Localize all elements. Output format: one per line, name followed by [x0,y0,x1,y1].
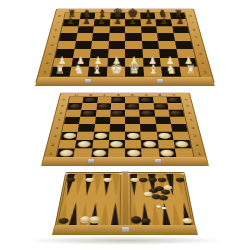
checkers-square [173,140,191,149]
chess-square: ♟ [171,19,188,26]
checkers-square [91,149,109,158]
checkers-square [78,124,95,132]
chess-piece: ♟ [141,17,157,26]
clasp-icon [157,79,163,83]
chess-square [74,41,92,49]
chess-square [91,41,108,49]
bg-checker [158,178,167,182]
chess-square: ♟ [140,19,156,26]
clasp-icon [88,159,94,163]
chess-piece: ♟ [172,17,188,26]
bg-point [140,202,150,228]
bg-point [130,202,139,228]
file-label: F [97,93,111,96]
chess-square [59,33,77,41]
chess-piece: ♜ [181,65,200,76]
backgammon-surface [54,172,197,231]
bg-checker [90,218,100,223]
bg-point [110,202,119,228]
checkers-square [110,117,125,124]
checkers-square [156,124,173,132]
checkers-frame: HGFEDCBA 87654321 87654321 HGFEDCBA [41,93,208,165]
file-label: F [95,9,110,12]
checkers-square [109,132,125,140]
chess-square: ♛ [125,67,144,77]
checkers-square [95,110,110,117]
bg-checker [148,178,157,182]
chess-square [61,26,78,33]
chess-piece: ♜ [51,65,70,76]
checker-piece [69,104,81,109]
file-label: B [155,9,170,12]
chess-square [93,26,109,33]
checker-piece [170,111,183,116]
checkers-square [171,124,188,132]
bg-checker [161,190,170,195]
checker-piece [141,111,153,116]
chess-piece: ♚ [106,61,125,76]
bg-checker [103,178,112,182]
checkers-square [142,149,160,158]
backgammon-front-wall [52,225,198,235]
clasp-icon [85,79,91,83]
chess-piece: ♟ [94,17,110,26]
checker-piece [59,150,74,157]
backgammon-left-half [56,174,121,228]
chess-square [109,26,125,33]
file-label: A [166,93,181,96]
checkers-square [67,103,83,110]
chess-piece: ♞ [69,64,88,76]
latch-icon [122,227,129,232]
checkers-board-surface: HGFEDCBA 87654321 87654321 HGFEDCBA [41,93,208,165]
checker-piece [84,98,96,103]
rank-label: 4 [187,124,199,132]
bg-checker [159,196,169,201]
chess-square [109,33,126,41]
checkers-square [167,103,183,110]
chess-grid: ♜♞♝♛♚♝♞♜♟♟♟♟♟♟♟♟♟♟♟♟♟♟♟♟♜♞♝♚♛♝♞♜ [49,12,200,77]
chess-square [172,26,189,33]
bg-checker [141,218,151,223]
checkers-square [57,149,76,158]
checker-piece [140,98,151,103]
checkers-square [93,132,110,140]
checkers-square [74,149,92,158]
chess-piece: ♞ [162,64,181,76]
checker-piece [98,104,110,109]
file-label: B [153,93,167,96]
file-label: D [125,9,140,12]
rank-label: 6 [184,110,195,117]
checker-piece [127,133,140,139]
checker-piece [158,133,171,139]
checkers-square [141,140,158,149]
checker-piece [127,104,138,109]
checkers-square [108,140,125,149]
file-label: H [65,9,81,12]
chess-board: HGFEDCBA 87654321 ♜♞♝♛♚♝♞♜♟♟♟♟♟♟♟♟♟♟♟♟♟♟… [0,2,250,80]
backgammon-right-half [129,174,194,228]
bg-checker [131,218,141,223]
chess-square: ♟ [94,19,110,26]
checker-piece [175,141,189,147]
bg-checker [139,178,148,182]
chess-square [156,26,173,33]
chess-piece: ♝ [144,64,163,76]
chess-square: ♝ [143,67,162,77]
checker-piece [155,104,167,109]
chess-board-surface: HGFEDCBA 87654321 ♜♞♝♛♚♝♞♜♟♟♟♟♟♟♟♟♟♟♟♟♟♟… [35,9,215,84]
checker-piece [168,98,180,103]
checkers-square [140,117,156,124]
checkers-square [80,110,96,117]
backgammon-bar [122,172,127,231]
file-label: E [110,9,125,12]
chess-square [141,33,158,41]
checker-piece [62,133,76,139]
chess-square [125,33,142,41]
checkers-back-file-labels: HGFEDCBA [60,93,190,96]
checkers-square [95,117,111,124]
checkers-square [125,110,140,117]
checkers-square [60,132,77,140]
bg-checker [79,218,89,223]
chess-piece: ♟ [63,17,79,26]
checkers-square [156,132,173,140]
chess-square: ♞ [69,67,89,77]
clasp-icon [155,159,161,163]
backgammon-open-box [54,172,197,231]
chess-square [142,41,159,49]
chess-square: ♟ [109,19,125,26]
checker-piece [77,141,91,147]
checkers-grid [55,97,194,159]
checkers-square [75,140,93,149]
chess-square [157,33,174,41]
bg-checker [176,178,185,182]
bg-checker [80,216,90,221]
chess-square: ♟ [155,19,171,26]
chess-square: ♟ [78,19,94,26]
checkers-square [94,124,110,132]
chess-box-front-edge [35,77,215,86]
checkers-square [140,124,156,132]
file-label: H [69,93,84,96]
checkers-square [172,132,189,140]
chess-square: ♚ [106,67,125,77]
board-shadow [25,236,225,245]
checkers-square [111,103,125,110]
file-label: G [80,9,95,12]
rank-label: 5 [185,117,197,124]
chess-square: ♟ [63,19,80,26]
checker-piece [143,141,156,147]
checkers-square [168,110,184,117]
file-label: A [169,9,185,12]
checkers-square [108,149,125,158]
checkers-square [66,110,82,117]
checker-piece [112,98,123,103]
checkers-square [77,132,94,140]
checkers-square [82,103,97,110]
bg-checker [66,178,75,182]
chess-square [77,26,94,33]
chess-square [141,26,157,33]
chess-frame: HGFEDCBA 87654321 ♜♞♝♛♚♝♞♜♟♟♟♟♟♟♟♟♟♟♟♟♟♟… [35,9,215,84]
chess-square [92,33,109,41]
checker-piece [110,141,123,147]
file-label: D [125,93,139,96]
checkers-square [79,117,95,124]
file-label: C [139,93,153,96]
bg-checker [131,216,141,221]
chess-piece: ♝ [88,64,107,76]
bg-point [68,202,81,228]
rank-label: 2 [191,140,204,149]
bg-point [89,202,100,228]
checkers-square [125,117,140,124]
checkers-box-front-edge [41,157,209,166]
chess-square: ♜ [179,67,199,77]
chess-square [125,41,142,49]
checkers-square [62,124,79,132]
bg-point [180,202,193,228]
bg-checker [130,178,139,182]
rank-label: 7 [182,103,193,110]
checker-piece [93,150,107,157]
checkers-square [110,110,125,117]
checkers-square [59,140,77,149]
backgammon-board [0,170,250,228]
die-icon [162,207,166,209]
bg-point [160,202,172,228]
checkers-square [141,132,158,140]
checkers-square [158,149,176,158]
bg-point [170,202,182,228]
bg-point [73,174,84,196]
chess-square [158,41,176,49]
checkers-square [125,103,139,110]
chess-square [57,41,75,49]
chess-piece: ♟ [156,17,172,26]
bg-point [100,202,110,228]
checkers-square [139,103,154,110]
file-label: E [111,93,125,96]
bg-checker [58,218,69,223]
bg-checker [183,218,194,223]
chess-square: ♟ [125,19,141,26]
chess-square [173,33,191,41]
bg-checker [85,178,94,182]
chess-piece: ♟ [109,17,125,26]
chess-piece: ♛ [125,61,144,76]
checkers-square [153,103,168,110]
checkers-square [170,117,186,124]
rank-label: 5 [53,117,65,124]
checkers-square [92,140,109,149]
die-icon [157,206,161,208]
checker-piece [127,150,140,157]
checkers-board: HGFEDCBA 87654321 87654321 HGFEDCBA [0,88,250,160]
checkers-square [157,140,175,149]
checker-piece [112,111,124,116]
checker-piece [95,133,108,139]
bg-point [78,202,90,228]
chess-square [125,26,141,33]
chess-square: ♜ [51,67,71,77]
checkers-square [139,110,154,117]
bg-checker [90,216,100,221]
chess-piece: ♟ [125,17,141,26]
checker-piece [160,150,174,157]
checkers-square [125,132,141,140]
checkers-square [125,149,142,158]
file-label: C [140,9,155,12]
bg-point [57,202,70,228]
chess-piece: ♟ [78,17,94,26]
checkers-square [64,117,80,124]
file-label: G [83,93,97,96]
checkers-square [175,149,194,158]
bg-point [150,202,161,228]
checkers-square [125,140,142,149]
product-photo: HGFEDCBA 87654321 ♜♞♝♛♚♝♞♜♟♟♟♟♟♟♟♟♟♟♟♟♟♟… [0,2,250,245]
chess-back-file-labels: HGFEDCBA [56,9,194,12]
chess-square [175,41,193,49]
bg-point [92,174,102,196]
bg-point [112,174,120,196]
checkers-square [96,103,111,110]
chess-square [108,41,125,49]
chess-square: ♞ [161,67,181,77]
checker-piece [82,111,94,116]
rank-label: 3 [189,132,201,140]
checkers-square [125,124,141,132]
checkers-square [109,124,125,132]
checkers-square [154,110,170,117]
checkers-square [155,117,171,124]
chess-square [76,33,93,41]
chess-square: ♝ [88,67,107,77]
